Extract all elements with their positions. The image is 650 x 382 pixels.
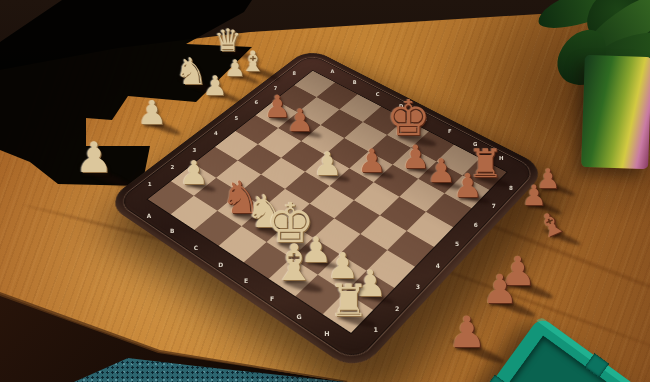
file-label-near-E: E	[244, 277, 248, 284]
piece-white-b-f1[interactable]: ♝	[272, 238, 317, 288]
rank-label-left-2: 2	[171, 164, 175, 170]
rank-label-left-3: 3	[193, 147, 197, 153]
rank-label-left-5: 5	[234, 115, 238, 121]
rank-label-right-7: 7	[492, 203, 496, 209]
file-label-far-B: B	[353, 79, 357, 85]
captured-white-q-4: ♛	[214, 25, 242, 56]
captured-black-p-5: ♟	[448, 311, 487, 354]
decor-box	[581, 55, 650, 169]
captured-black-p-1: ♟	[521, 182, 546, 210]
captured-white-p-1: ♟	[137, 96, 167, 129]
rank-label-right-5: 5	[455, 241, 459, 247]
rank-label-left-1: 1	[148, 181, 152, 187]
rank-label-left-8: 8	[292, 70, 295, 76]
captured-white-p-3: ♟	[203, 72, 227, 99]
piece-white-p-d5[interactable]: ♟	[313, 147, 342, 180]
rank-label-right-1: 1	[374, 326, 378, 334]
file-label-near-F: F	[270, 294, 274, 301]
rank-label-right-3: 3	[416, 282, 420, 289]
file-label-far-F: F	[448, 128, 452, 134]
piece-black-p-g7[interactable]: ♟	[426, 155, 455, 188]
captured-white-p-5: ♟	[225, 57, 246, 80]
piece-black-p-e6[interactable]: ♟	[357, 144, 386, 176]
rank-label-right-6: 6	[474, 222, 478, 228]
piece-white-p-a2[interactable]: ♟	[179, 157, 208, 190]
file-label-near-H: H	[324, 330, 329, 338]
piece-black-k-e8[interactable]: ♚	[386, 94, 430, 143]
file-label-near-G: G	[297, 312, 302, 319]
rank-label-left-4: 4	[214, 130, 218, 136]
piece-black-p-h7[interactable]: ♟	[453, 169, 483, 202]
rank-label-right-2: 2	[395, 304, 399, 311]
captured-black-p-4: ♟	[482, 269, 518, 309]
piece-black-p-b6[interactable]: ♟	[286, 105, 314, 136]
captured-white-p-0: ♟	[75, 137, 113, 179]
file-label-near-D: D	[218, 260, 223, 267]
rank-label-right-4: 4	[436, 261, 440, 268]
file-label-near-A: A	[147, 213, 151, 219]
game-scene: AABBCCDDEEFFGGHH1122334455667788 ♚♜♟♟♟♟♟…	[0, 0, 650, 382]
file-label-near-B: B	[170, 228, 174, 234]
file-label-far-A: A	[330, 68, 334, 74]
file-label-far-C: C	[376, 91, 380, 97]
rank-label-right-8: 8	[509, 185, 513, 191]
piece-white-r-h1[interactable]: ♜	[328, 279, 368, 324]
rank-label-left-6: 6	[254, 99, 258, 105]
file-label-near-C: C	[194, 244, 198, 251]
